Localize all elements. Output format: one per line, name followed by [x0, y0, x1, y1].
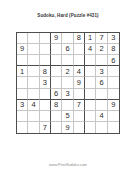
sudoku-board: 981739642861824339663348795479	[16, 32, 120, 134]
cell-r6c4: 6	[51, 89, 62, 100]
cell-r6c3	[40, 89, 51, 100]
cell-r9c8	[96, 122, 107, 133]
cell-r8c3	[40, 111, 51, 122]
cell-r1c9: 3	[108, 33, 119, 44]
cell-r1c1	[17, 33, 28, 44]
cell-r5c9	[108, 77, 119, 88]
cell-r6c7	[85, 89, 96, 100]
cell-r2c7: 4	[85, 44, 96, 55]
cell-r1c2	[28, 33, 39, 44]
cell-r9c1	[17, 122, 28, 133]
cell-r9c3: 7	[40, 122, 51, 133]
cell-r1c6: 8	[74, 33, 85, 44]
cell-r4c3: 8	[40, 66, 51, 77]
cell-r4c4	[51, 66, 62, 77]
cell-r4c6: 4	[74, 66, 85, 77]
cell-r8c4	[51, 111, 62, 122]
cell-r4c5: 2	[62, 66, 73, 77]
cell-r1c5	[62, 33, 73, 44]
cell-r4c2	[28, 66, 39, 77]
cell-r6c6	[74, 89, 85, 100]
cell-r3c2	[28, 55, 39, 66]
cell-r3c4	[51, 55, 62, 66]
cell-r9c2	[28, 122, 39, 133]
cell-r2c9: 8	[108, 44, 119, 55]
cell-r2c6	[74, 44, 85, 55]
cell-r7c8	[96, 100, 107, 111]
cell-r1c4: 9	[51, 33, 62, 44]
cell-r9c9	[108, 122, 119, 133]
cell-r3c5	[62, 55, 73, 66]
cell-r3c9: 6	[108, 55, 119, 66]
cell-r7c1: 3	[17, 100, 28, 111]
cell-r1c7: 1	[85, 33, 96, 44]
cell-r4c7	[85, 66, 96, 77]
cell-r2c8: 2	[96, 44, 107, 55]
cell-r4c1: 1	[17, 66, 28, 77]
cell-r5c6: 9	[74, 77, 85, 88]
cell-r8c7	[85, 111, 96, 122]
cell-r1c3	[40, 33, 51, 44]
cell-r5c7	[85, 77, 96, 88]
cell-r4c9	[108, 66, 119, 77]
cell-r8c6	[74, 111, 85, 122]
cell-r7c9: 9	[108, 100, 119, 111]
cell-r8c1	[17, 111, 28, 122]
cell-r2c2	[28, 44, 39, 55]
cell-r2c4	[51, 44, 62, 55]
cell-r3c6	[74, 55, 85, 66]
cell-r7c6: 7	[74, 100, 85, 111]
cell-r7c7	[85, 100, 96, 111]
cell-r8c2	[28, 111, 39, 122]
cell-r6c5: 3	[62, 89, 73, 100]
cell-r1c8: 7	[96, 33, 107, 44]
cell-r2c3	[40, 44, 51, 55]
cell-r7c3	[40, 100, 51, 111]
cell-r4c8: 3	[96, 66, 107, 77]
cell-r2c1: 9	[17, 44, 28, 55]
cell-r3c8	[96, 55, 107, 66]
cell-r6c2	[28, 89, 39, 100]
cell-r6c9	[108, 89, 119, 100]
cell-r9c4	[51, 122, 62, 133]
cell-r5c1	[17, 77, 28, 88]
cell-r6c1	[17, 89, 28, 100]
cell-r5c5	[62, 77, 73, 88]
cell-r9c6	[74, 122, 85, 133]
cell-r6c8	[96, 89, 107, 100]
cell-r5c2	[28, 77, 39, 88]
cell-r8c9	[108, 111, 119, 122]
cell-r8c8: 4	[96, 111, 107, 122]
cell-r7c2: 4	[28, 100, 39, 111]
cell-r3c7	[85, 55, 96, 66]
cell-r7c5	[62, 100, 73, 111]
cell-r8c5: 5	[62, 111, 73, 122]
cell-r7c4: 8	[51, 100, 62, 111]
cell-r9c5: 9	[62, 122, 73, 133]
page-title: Sudoku, Hard (Puzzle #431)	[0, 13, 136, 18]
cell-r2c5: 6	[62, 44, 73, 55]
cell-r9c7	[85, 122, 96, 133]
cell-r5c3: 3	[40, 77, 51, 88]
footer-url: www.PrintSudoku.com	[0, 163, 136, 167]
cell-r5c8: 6	[96, 77, 107, 88]
cell-r5c4	[51, 77, 62, 88]
cell-r3c3	[40, 55, 51, 66]
cell-r3c1	[17, 55, 28, 66]
